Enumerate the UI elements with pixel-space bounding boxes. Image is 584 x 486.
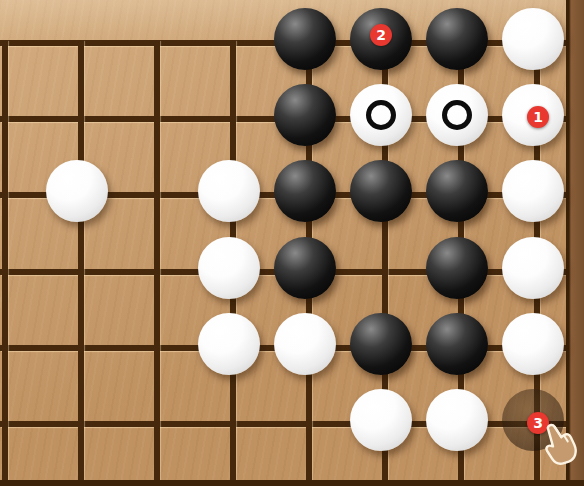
white-stone (426, 389, 488, 451)
black-stone (274, 160, 336, 222)
white-stone (502, 237, 564, 299)
black-stone (426, 8, 488, 70)
black-stone (426, 313, 488, 375)
board-right-edge (566, 0, 584, 486)
white-stone (502, 313, 564, 375)
black-stone (426, 160, 488, 222)
black-stone (350, 160, 412, 222)
grid-vline (78, 40, 84, 486)
black-stone (274, 84, 336, 146)
white-stone (198, 237, 260, 299)
white-stone (274, 313, 336, 375)
white-stone (198, 160, 260, 222)
white-stone (198, 313, 260, 375)
circle-marker (366, 100, 396, 130)
white-stone (46, 160, 108, 222)
move-badge: 1 (527, 106, 549, 128)
black-stone (426, 237, 488, 299)
tap-hand-icon (541, 420, 579, 472)
board-bottom-edge (0, 480, 584, 486)
white-stone (502, 160, 564, 222)
white-stone (350, 389, 412, 451)
move-badge: 2 (370, 24, 392, 46)
go-board[interactable]: 123 (0, 0, 584, 486)
black-stone (350, 313, 412, 375)
black-stone (274, 8, 336, 70)
circle-marker (442, 100, 472, 130)
grid-vline (2, 40, 8, 486)
white-stone (502, 8, 564, 70)
black-stone (274, 237, 336, 299)
grid-vline (154, 40, 160, 486)
